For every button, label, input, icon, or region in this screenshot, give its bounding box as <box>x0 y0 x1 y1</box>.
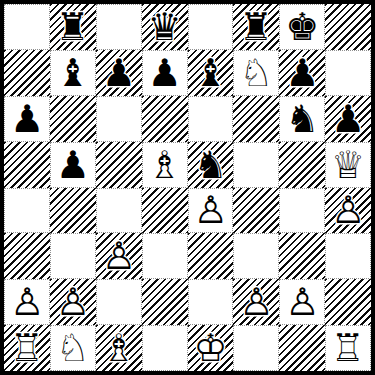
piece-glyph: ♔ <box>193 329 227 367</box>
square-e5[interactable]: ♞♞ <box>188 142 234 188</box>
square-g3[interactable] <box>279 233 325 279</box>
white-pawn: ♟♙ <box>56 283 90 321</box>
piece-glyph: ♖ <box>331 329 365 367</box>
square-d5[interactable]: ♝♗ <box>142 142 188 188</box>
black-pawn: ♟♟ <box>10 100 44 138</box>
square-h8[interactable] <box>325 4 371 50</box>
square-c6[interactable] <box>96 96 142 142</box>
piece-glyph: ♝ <box>193 54 227 92</box>
black-queen: ♛♛ <box>148 8 182 46</box>
piece-glyph: ♟ <box>331 100 365 138</box>
white-pawn: ♟♙ <box>193 191 227 229</box>
square-h3[interactable] <box>325 233 371 279</box>
square-a5[interactable] <box>4 142 50 188</box>
square-h4[interactable]: ♟♙ <box>325 188 371 234</box>
white-knight: ♞♘ <box>239 54 273 92</box>
piece-glyph: ♙ <box>102 237 136 275</box>
piece-glyph: ♝ <box>56 54 90 92</box>
black-pawn: ♟♟ <box>148 54 182 92</box>
black-rook: ♜♜ <box>239 8 273 46</box>
piece-glyph: ♞ <box>193 146 227 184</box>
square-h1[interactable]: ♜♖ <box>325 325 371 371</box>
square-e1[interactable]: ♚♔ <box>188 325 234 371</box>
square-b5[interactable]: ♟♟ <box>50 142 96 188</box>
piece-glyph: ♜ <box>239 8 273 46</box>
white-king: ♚♔ <box>193 329 227 367</box>
black-rook: ♜♜ <box>56 8 90 46</box>
square-c4[interactable] <box>96 188 142 234</box>
square-d7[interactable]: ♟♟ <box>142 50 188 96</box>
piece-glyph: ♘ <box>56 329 90 367</box>
square-c5[interactable] <box>96 142 142 188</box>
chess-board: ♜♜♛♛♜♜♚♚♝♝♟♟♟♟♝♝♞♘♟♟♟♟♞♞♟♟♟♟♝♗♞♞♛♕♟♙♟♙♟♙… <box>0 0 375 375</box>
piece-glyph: ♗ <box>102 329 136 367</box>
piece-glyph: ♗ <box>148 146 182 184</box>
piece-glyph: ♙ <box>193 191 227 229</box>
black-pawn: ♟♟ <box>331 100 365 138</box>
square-a8[interactable] <box>4 4 50 50</box>
square-d1[interactable] <box>142 325 188 371</box>
piece-glyph: ♚ <box>285 8 319 46</box>
square-e6[interactable] <box>188 96 234 142</box>
square-a2[interactable]: ♟♙ <box>4 279 50 325</box>
piece-glyph: ♕ <box>331 146 365 184</box>
square-e2[interactable] <box>188 279 234 325</box>
piece-glyph: ♞ <box>285 100 319 138</box>
square-e7[interactable]: ♝♝ <box>188 50 234 96</box>
square-d4[interactable] <box>142 188 188 234</box>
square-e4[interactable]: ♟♙ <box>188 188 234 234</box>
white-pawn: ♟♙ <box>285 283 319 321</box>
square-f7[interactable]: ♞♘ <box>233 50 279 96</box>
black-pawn: ♟♟ <box>285 54 319 92</box>
black-knight: ♞♞ <box>193 146 227 184</box>
square-a4[interactable] <box>4 188 50 234</box>
square-d8[interactable]: ♛♛ <box>142 4 188 50</box>
white-pawn: ♟♙ <box>331 191 365 229</box>
white-pawn: ♟♙ <box>10 283 44 321</box>
black-pawn: ♟♟ <box>102 54 136 92</box>
square-b8[interactable]: ♜♜ <box>50 4 96 50</box>
square-b4[interactable] <box>50 188 96 234</box>
piece-glyph: ♙ <box>331 191 365 229</box>
square-c3[interactable]: ♟♙ <box>96 233 142 279</box>
square-h5[interactable]: ♛♕ <box>325 142 371 188</box>
black-bishop: ♝♝ <box>56 54 90 92</box>
square-f1[interactable] <box>233 325 279 371</box>
black-knight: ♞♞ <box>285 100 319 138</box>
piece-glyph: ♜ <box>56 8 90 46</box>
square-a1[interactable]: ♜♖ <box>4 325 50 371</box>
square-h2[interactable] <box>325 279 371 325</box>
white-rook: ♜♖ <box>10 329 44 367</box>
square-c2[interactable] <box>96 279 142 325</box>
square-g4[interactable] <box>279 188 325 234</box>
piece-glyph: ♟ <box>56 146 90 184</box>
piece-glyph: ♛ <box>148 8 182 46</box>
square-d6[interactable] <box>142 96 188 142</box>
square-f3[interactable] <box>233 233 279 279</box>
white-bishop: ♝♗ <box>148 146 182 184</box>
square-e8[interactable] <box>188 4 234 50</box>
square-a3[interactable] <box>4 233 50 279</box>
square-h6[interactable]: ♟♟ <box>325 96 371 142</box>
square-b1[interactable]: ♞♘ <box>50 325 96 371</box>
square-f6[interactable] <box>233 96 279 142</box>
square-g7[interactable]: ♟♟ <box>279 50 325 96</box>
square-a7[interactable] <box>4 50 50 96</box>
piece-glyph: ♙ <box>56 283 90 321</box>
square-c8[interactable] <box>96 4 142 50</box>
square-e3[interactable] <box>188 233 234 279</box>
square-g6[interactable]: ♞♞ <box>279 96 325 142</box>
white-pawn: ♟♙ <box>239 283 273 321</box>
white-bishop: ♝♗ <box>102 329 136 367</box>
square-g8[interactable]: ♚♚ <box>279 4 325 50</box>
piece-glyph: ♖ <box>10 329 44 367</box>
black-king: ♚♚ <box>285 8 319 46</box>
square-c7[interactable]: ♟♟ <box>96 50 142 96</box>
piece-glyph: ♙ <box>239 283 273 321</box>
square-c1[interactable]: ♝♗ <box>96 325 142 371</box>
piece-glyph: ♙ <box>10 283 44 321</box>
square-d2[interactable] <box>142 279 188 325</box>
white-knight: ♞♘ <box>56 329 90 367</box>
piece-glyph: ♟ <box>10 100 44 138</box>
square-g5[interactable] <box>279 142 325 188</box>
square-a6[interactable]: ♟♟ <box>4 96 50 142</box>
piece-glyph: ♟ <box>285 54 319 92</box>
black-pawn: ♟♟ <box>56 146 90 184</box>
square-f4[interactable] <box>233 188 279 234</box>
square-b2[interactable]: ♟♙ <box>50 279 96 325</box>
piece-glyph: ♟ <box>148 54 182 92</box>
square-b6[interactable] <box>50 96 96 142</box>
square-f8[interactable]: ♜♜ <box>233 4 279 50</box>
square-g1[interactable] <box>279 325 325 371</box>
piece-glyph: ♟ <box>102 54 136 92</box>
square-h7[interactable] <box>325 50 371 96</box>
piece-glyph: ♙ <box>285 283 319 321</box>
black-bishop: ♝♝ <box>193 54 227 92</box>
white-pawn: ♟♙ <box>102 237 136 275</box>
square-b3[interactable] <box>50 233 96 279</box>
square-b7[interactable]: ♝♝ <box>50 50 96 96</box>
square-f2[interactable]: ♟♙ <box>233 279 279 325</box>
white-rook: ♜♖ <box>331 329 365 367</box>
piece-glyph: ♘ <box>239 54 273 92</box>
square-d3[interactable] <box>142 233 188 279</box>
square-g2[interactable]: ♟♙ <box>279 279 325 325</box>
white-queen: ♛♕ <box>331 146 365 184</box>
square-f5[interactable] <box>233 142 279 188</box>
